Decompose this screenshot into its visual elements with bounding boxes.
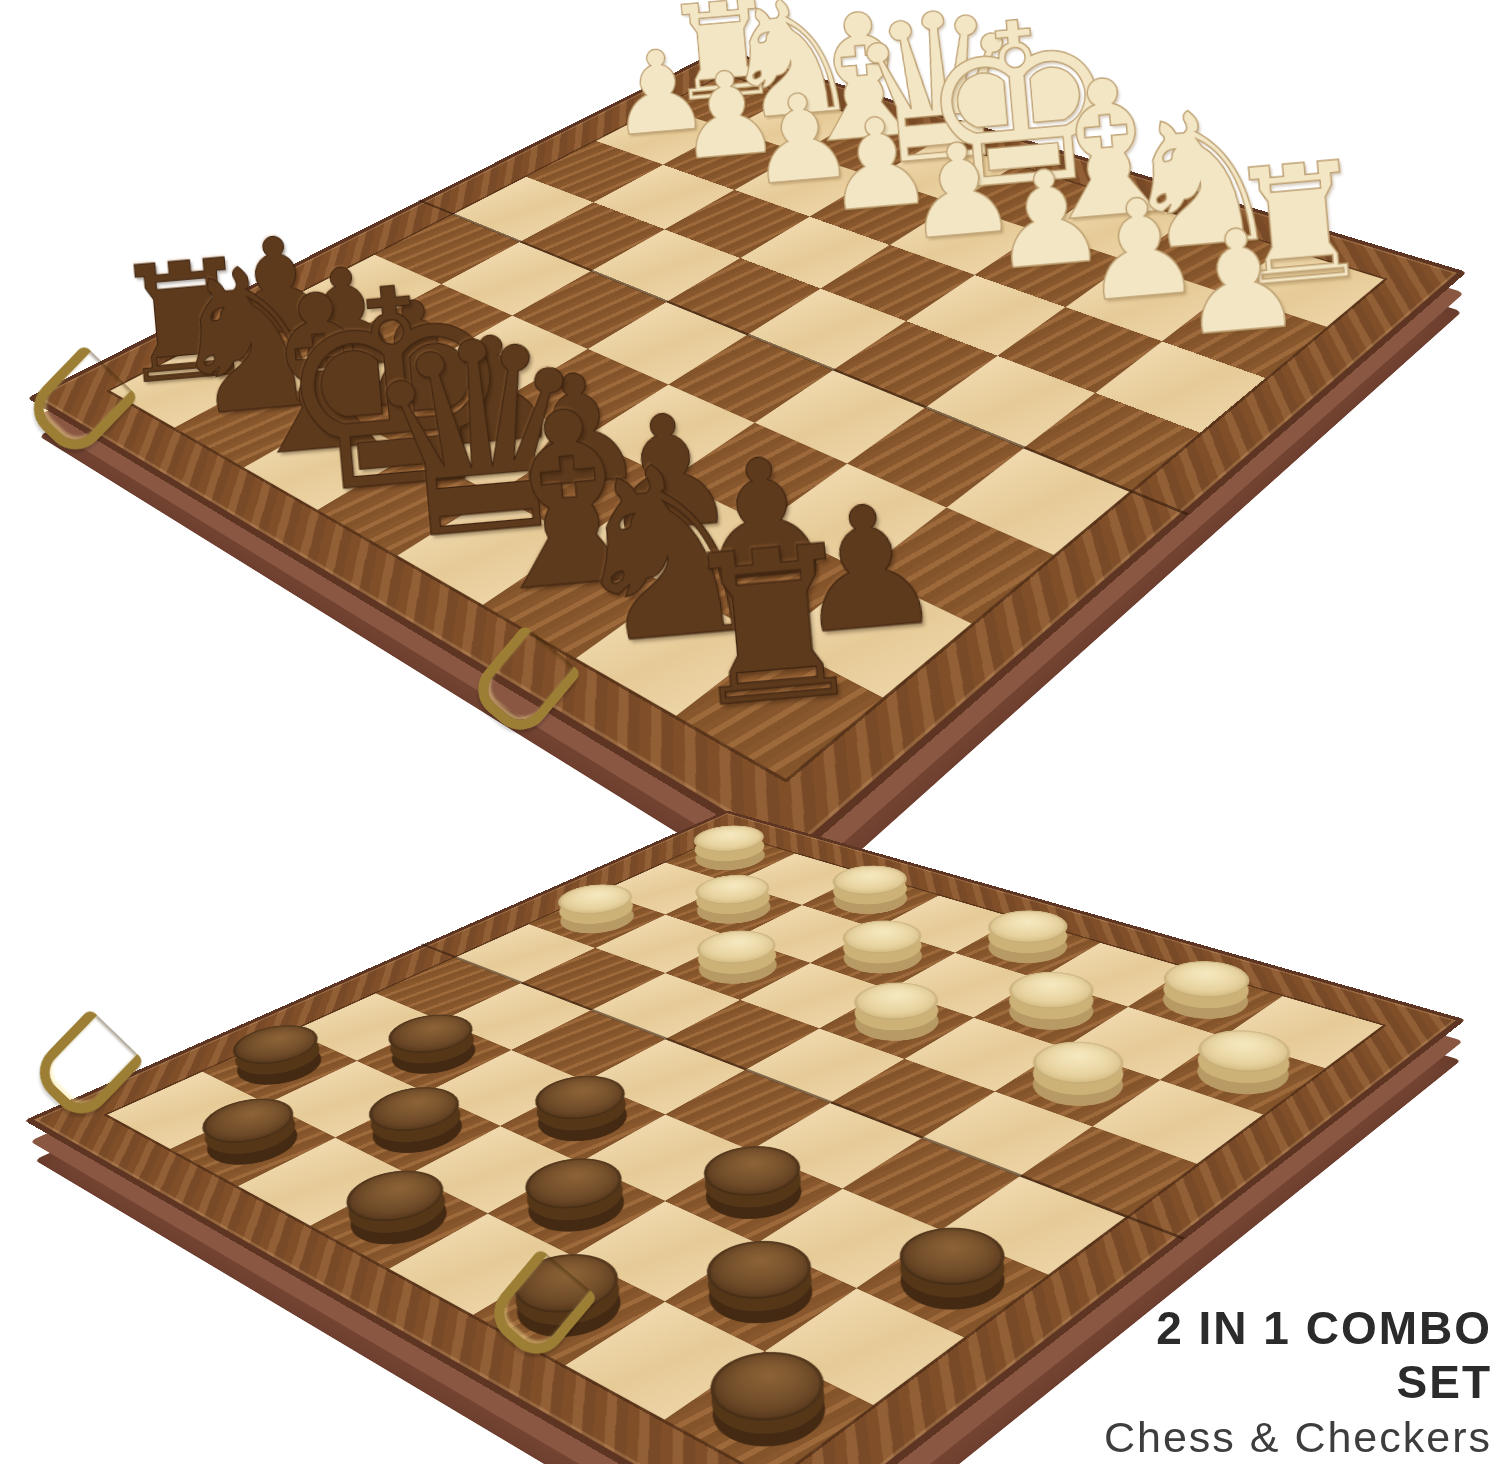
chess-piece-dark-rook[interactable]: ♜	[700, 628, 859, 787]
chess-square[interactable]: ♟	[890, 204, 1039, 275]
checkers-square[interactable]	[238, 1138, 409, 1226]
chess-square[interactable]: ♛	[397, 494, 580, 604]
checkers-square[interactable]	[1064, 1007, 1223, 1080]
chess-piece-dark-pawn[interactable]: ♟	[515, 419, 651, 555]
checkers-disc-dark[interactable]	[509, 1173, 644, 1244]
chess-square[interactable]: ♞	[175, 377, 340, 468]
chess-piece-white-pawn[interactable]: ♟	[826, 155, 938, 267]
chess-piece-white-pawn[interactable]: ♟	[679, 106, 784, 211]
checkers-square[interactable]	[292, 993, 441, 1060]
chess-square[interactable]	[526, 141, 663, 202]
chess-board-hinge-line	[418, 199, 1190, 515]
chess-square[interactable]: ♟	[810, 178, 955, 245]
checkers-square[interactable]	[1223, 996, 1382, 1068]
chess-square[interactable]	[512, 271, 666, 349]
chess-square[interactable]: ♟	[414, 399, 584, 495]
chess-piece-white-rook[interactable]: ♜	[1243, 225, 1365, 347]
checkers-square[interactable]	[889, 953, 1038, 1018]
checkers-square[interactable]	[529, 892, 665, 947]
chess-square[interactable]: ♞	[1129, 219, 1283, 293]
checkers-square[interactable]	[830, 1059, 995, 1138]
checkers-square[interactable]	[521, 948, 666, 1010]
chess-square[interactable]: ♚	[318, 453, 494, 556]
caption-subtitle: Chess & Checkers	[1052, 1413, 1492, 1462]
chess-board-frame: ♜♞♝♛♚♝♞♜♟♟♟♟♟♟♟♟♟♟♟♟♟♟♟♟♜♞♝♚♛♝♞♜	[27, 49, 1467, 861]
checkers-square[interactable]	[203, 1031, 357, 1103]
checkers-square[interactable]	[311, 1174, 488, 1269]
pawn-glyph: ♟	[591, 396, 742, 550]
checkers-square[interactable]	[665, 938, 810, 1000]
chess-piece-white-pawn[interactable]: ♟	[1181, 271, 1308, 398]
pawn-glyph: ♟	[349, 284, 485, 423]
bishop-glyph: ♝	[779, 0, 946, 163]
chess-piece-dark-king[interactable]: ♚	[338, 434, 474, 570]
pawn-glyph: ♟	[604, 37, 714, 149]
checkers-square[interactable]	[732, 853, 865, 905]
checkers-disc-dark[interactable]	[221, 1039, 338, 1094]
checkers-disc-dark[interactable]	[520, 1090, 646, 1152]
checkers-disc-light[interactable]	[682, 889, 786, 931]
pawn-glyph: ♟	[818, 103, 938, 225]
checkers-disc-light[interactable]	[828, 935, 938, 982]
chess-square[interactable]: ♝	[1039, 191, 1188, 261]
checkers-square[interactable]	[765, 1288, 965, 1405]
checkers-square[interactable]	[922, 1091, 1093, 1176]
chess-square[interactable]: ♜	[676, 641, 882, 779]
chess-square[interactable]	[755, 370, 925, 463]
checkers-square[interactable]	[665, 1243, 857, 1351]
checkers-disc-light[interactable]	[1146, 976, 1263, 1028]
checkers-square[interactable]	[665, 1351, 873, 1464]
chess-piece-dark-knight[interactable]: ♞	[194, 357, 321, 484]
chess-square[interactable]: ♜	[662, 75, 792, 129]
pawn-glyph: ♟	[1075, 182, 1206, 316]
king-glyph: ♚	[911, 0, 1127, 217]
checkers-square[interactable]	[511, 1010, 665, 1081]
chess-square[interactable]	[833, 321, 998, 408]
checkers-square[interactable]	[857, 1230, 1049, 1337]
chess-piece-white-rook[interactable]: ♜	[677, 52, 777, 152]
chess-square[interactable]	[429, 316, 588, 399]
checkers-square[interactable]	[488, 1162, 665, 1256]
chess-piece-dark-pawn[interactable]: ♟	[434, 380, 565, 511]
pawn-glyph: ♟	[279, 252, 410, 386]
knight-glyph: ♞	[713, 0, 868, 139]
chess-board-scene: ♜♞♝♛♚♝♞♜♟♟♟♟♟♟♟♟♟♟♟♟♟♟♟♟♜♞♝♚♛♝♞♜	[236, 0, 1258, 846]
checkers-square[interactable]	[1020, 1126, 1197, 1217]
chess-square[interactable]: ♚	[955, 165, 1100, 232]
pawn-glyph: ♟	[505, 356, 651, 505]
queen-glyph: ♛	[840, 0, 1036, 189]
checkers-square[interactable]	[1128, 969, 1282, 1037]
chess-square[interactable]: ♟	[734, 153, 875, 217]
bishop-glyph: ♝	[454, 382, 687, 620]
pawn-glyph: ♟	[213, 222, 340, 352]
checkers-disc-light[interactable]	[838, 997, 955, 1050]
pawn-glyph: ♟	[786, 486, 949, 653]
chess-piece-white-queen[interactable]: ♛	[891, 117, 999, 225]
checkers-square[interactable]	[573, 1201, 757, 1302]
knight-glyph: ♞	[155, 245, 346, 440]
chess-square[interactable]	[1024, 393, 1200, 492]
chess-square[interactable]: ♛	[875, 141, 1016, 204]
checkers-disc-light[interactable]	[681, 840, 779, 877]
knight-glyph: ♞	[1110, 90, 1289, 273]
chess-piece-white-pawn[interactable]: ♟	[1084, 239, 1206, 361]
chess-square[interactable]: ♟	[580, 479, 763, 588]
chess-square[interactable]	[747, 289, 906, 371]
chess-square[interactable]	[740, 217, 889, 289]
chess-piece-white-knight[interactable]: ♞	[1147, 196, 1266, 315]
checkers-square[interactable]	[409, 1126, 580, 1213]
chess-square[interactable]: ♟	[204, 297, 358, 377]
checkers-square[interactable]	[745, 1028, 904, 1103]
checkers-disc-light[interactable]	[683, 945, 793, 992]
checkers-disc-dark[interactable]	[332, 1185, 467, 1257]
chess-square[interactable]	[668, 335, 833, 423]
checkers-square[interactable]	[740, 963, 889, 1028]
chess-square[interactable]	[588, 302, 747, 385]
checkers-square[interactable]	[376, 958, 521, 1021]
checkers-square[interactable]	[802, 874, 938, 928]
checkers-board-hinge-line	[420, 944, 1185, 1240]
checkers-square[interactable]	[580, 1114, 751, 1201]
chess-board-side	[39, 81, 1463, 907]
chess-square[interactable]: ♝	[800, 118, 937, 178]
chess-piece-dark-pawn[interactable]: ♟	[222, 276, 341, 395]
chess-piece-dark-pawn[interactable]: ♟	[358, 343, 485, 470]
chess-square[interactable]	[864, 508, 1054, 624]
rook-glyph: ♜	[672, 523, 874, 729]
chess-square[interactable]	[375, 215, 520, 285]
chess-square[interactable]	[947, 448, 1130, 555]
chess-square[interactable]: ♟	[339, 363, 504, 453]
chess-piece-white-bishop[interactable]: ♝	[816, 94, 921, 199]
chess-piece-white-pawn[interactable]: ♟	[993, 209, 1112, 328]
checkers-square[interactable]	[357, 1021, 511, 1093]
checkers-square[interactable]	[1092, 1080, 1263, 1164]
checkers-square[interactable]	[500, 1081, 665, 1162]
chess-square[interactable]: ♜	[110, 343, 269, 428]
checkers-square[interactable]	[455, 924, 596, 983]
chess-piece-white-pawn[interactable]: ♟	[611, 84, 713, 186]
checkers-square[interactable]	[591, 973, 740, 1039]
chess-piece-white-pawn[interactable]: ♟	[751, 130, 859, 238]
chess-square[interactable]: ♟	[975, 232, 1129, 307]
rook-glyph: ♜	[1221, 145, 1377, 304]
chess-piece-dark-queen[interactable]: ♛	[418, 477, 559, 618]
chess-square[interactable]	[292, 255, 441, 329]
chess-piece-white-bishop[interactable]: ♝	[1056, 168, 1171, 283]
checkers-disc-dark[interactable]	[375, 1029, 492, 1083]
pawn-glyph: ♟	[984, 154, 1111, 284]
checkers-square[interactable]	[666, 834, 795, 883]
chess-square[interactable]: ♟	[774, 572, 972, 698]
checkers-square[interactable]	[810, 928, 955, 989]
chess-piece-dark-pawn[interactable]: ♟	[797, 556, 949, 708]
checkers-square[interactable]	[757, 1189, 941, 1289]
checkers-square[interactable]	[665, 1070, 830, 1150]
king-glyph: ♚	[265, 256, 528, 525]
chess-piece-white-pawn[interactable]: ♟	[907, 181, 1022, 296]
bishop-glyph: ♝	[217, 268, 425, 481]
checkers-disc-light[interactable]	[1180, 1045, 1306, 1104]
chess-square[interactable]	[453, 177, 594, 242]
chess-square[interactable]	[821, 245, 975, 321]
pawn-glyph: ♟	[685, 439, 842, 599]
brass-clasp-icon	[27, 1008, 144, 1126]
chess-square[interactable]	[358, 284, 512, 363]
checkers-square[interactable]	[904, 1018, 1063, 1092]
checkers-square[interactable]	[941, 1176, 1125, 1275]
pawn-glyph: ♟	[424, 319, 565, 463]
chess-square[interactable]	[1095, 341, 1265, 432]
chess-piece-dark-knight[interactable]: ♞	[599, 573, 751, 725]
chess-square[interactable]	[593, 165, 734, 230]
rook-glyph: ♜	[107, 242, 263, 401]
checkers-disc-dark[interactable]	[355, 1101, 481, 1163]
checkers-disc-dark[interactable]	[190, 1113, 316, 1176]
checkers-square[interactable]	[599, 862, 732, 914]
knight-glyph: ♞	[552, 438, 782, 673]
chess-square[interactable]	[591, 229, 740, 302]
checkers-disc-light[interactable]	[992, 987, 1109, 1039]
chess-piece-dark-pawn[interactable]: ♟	[695, 507, 841, 653]
pawn-glyph: ♟	[671, 58, 784, 173]
caption: 2 IN 1 COMBO SET Chess & Checkers	[1052, 1301, 1492, 1462]
brass-clasp-icon	[21, 344, 138, 462]
pawn-glyph: ♟	[1172, 212, 1308, 351]
chess-square[interactable]	[671, 423, 847, 524]
checkers-square[interactable]	[751, 1103, 922, 1189]
chess-square[interactable]	[666, 258, 820, 335]
checkers-square[interactable]	[595, 915, 736, 974]
chess-piece-white-knight[interactable]: ♞	[744, 72, 846, 174]
chess-square[interactable]: ♞	[729, 96, 862, 153]
chess-square[interactable]: ♞	[576, 588, 774, 716]
checkers-square[interactable]	[876, 895, 1017, 952]
checkers-square[interactable]	[1160, 1037, 1325, 1115]
checkers-disc-light[interactable]	[545, 899, 649, 941]
checkers-square[interactable]	[441, 983, 590, 1050]
chess-square[interactable]	[441, 242, 590, 316]
chess-piece-dark-rook[interactable]: ♜	[129, 323, 251, 445]
chess-square[interactable]	[520, 202, 665, 271]
chess-piece-dark-pawn[interactable]: ♟	[288, 309, 410, 431]
checkers-square[interactable]	[170, 1103, 335, 1186]
checkers-square[interactable]	[267, 1061, 426, 1138]
chess-board-grid: ♜♞♝♛♚♝♞♜♟♟♟♟♟♟♟♟♟♟♟♟♟♟♟♟♜♞♝♚♛♝♞♜	[110, 75, 1384, 779]
checkers-square[interactable]	[426, 1050, 585, 1126]
chess-piece-white-king[interactable]: ♚	[971, 142, 1083, 254]
chess-square[interactable]: ♟	[494, 438, 670, 540]
checkers-disc-dark[interactable]	[688, 1255, 834, 1337]
checkers-square[interactable]	[335, 1092, 500, 1174]
chess-square[interactable]: ♜	[1225, 248, 1384, 327]
brass-clasp-icon	[482, 1248, 598, 1366]
rook-glyph: ♜	[659, 0, 786, 116]
chess-square[interactable]	[847, 408, 1023, 508]
chess-square[interactable]	[504, 349, 669, 438]
chess-square[interactable]	[584, 385, 754, 479]
chess-square[interactable]	[998, 307, 1163, 393]
chess-square[interactable]	[665, 190, 810, 258]
chess-square[interactable]: ♟	[269, 329, 428, 413]
caption-title: 2 IN 1 COMBO SET	[1052, 1301, 1492, 1409]
chess-square[interactable]	[763, 464, 946, 572]
chess-square[interactable]: ♟	[596, 107, 729, 165]
chess-square[interactable]	[925, 356, 1095, 448]
checkers-square[interactable]	[820, 989, 974, 1058]
chess-square[interactable]: ♟	[1065, 262, 1224, 342]
chess-square[interactable]	[906, 275, 1065, 356]
checkers-square[interactable]	[955, 918, 1100, 979]
checkers-square[interactable]	[565, 1302, 765, 1420]
checkers-square[interactable]	[107, 1072, 266, 1150]
checkers-square[interactable]	[665, 1000, 819, 1070]
checkers-disc-dark[interactable]	[686, 1161, 821, 1232]
pawn-glyph: ♟	[743, 80, 859, 199]
chess-square[interactable]: ♟	[1162, 293, 1327, 378]
chess-board-side-upper	[33, 66, 1464, 886]
chess-square[interactable]: ♟	[663, 129, 800, 190]
checkers-square[interactable]	[974, 979, 1128, 1048]
checkers-disc-dark[interactable]	[879, 1242, 1025, 1324]
checkers-disc-light[interactable]	[972, 925, 1082, 971]
checkers-square[interactable]	[1039, 943, 1188, 1007]
queen-glyph: ♛	[352, 310, 607, 571]
chess-piece-dark-bishop[interactable]: ♝	[263, 394, 394, 525]
checkers-square[interactable]	[665, 1150, 842, 1243]
checkers-square[interactable]	[586, 1039, 745, 1114]
chess-square[interactable]: ♟	[673, 524, 863, 641]
checkers-square[interactable]	[995, 1048, 1160, 1127]
chess-piece-dark-pawn[interactable]: ♟	[602, 461, 743, 602]
bishop-glyph: ♝	[1016, 57, 1199, 244]
checkers-disc-light[interactable]	[818, 880, 922, 921]
chess-board-3d: ♜♞♝♛♚♝♞♜♟♟♟♟♟♟♟♟♟♟♟♟♟♟♟♟♜♞♝♚♛♝♞♜	[27, 49, 1467, 861]
checkers-disc-light[interactable]	[1015, 1057, 1141, 1117]
checkers-square[interactable]	[736, 905, 877, 963]
checkers-square[interactable]	[666, 883, 802, 938]
checkers-square[interactable]	[842, 1138, 1019, 1230]
brass-clasp-icon	[466, 624, 582, 742]
chess-square[interactable]: ♝	[244, 413, 414, 510]
checkers-disc-dark[interactable]	[690, 1365, 849, 1462]
pawn-glyph: ♟	[899, 128, 1022, 254]
